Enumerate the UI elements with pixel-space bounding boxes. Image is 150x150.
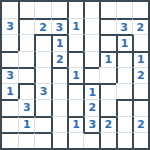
given-number: 3	[6, 70, 14, 81]
cell-r3c9[interactable]	[132, 34, 148, 50]
cell-r6c9[interactable]	[132, 83, 148, 99]
cell-r7c1[interactable]	[2, 99, 18, 115]
cell-r6c4[interactable]	[51, 83, 67, 99]
cell-r3c1[interactable]	[2, 34, 18, 50]
cell-r4c4: 2	[51, 51, 67, 67]
cell-r7c3[interactable]	[34, 99, 50, 115]
cell-r3c7[interactable]	[99, 34, 115, 50]
cell-r2c4: 3	[51, 18, 67, 34]
cell-r2c8: 3	[116, 18, 132, 34]
cell-r8c7: 2	[99, 116, 115, 132]
cell-r3c2[interactable]	[18, 34, 34, 50]
cell-r4c2[interactable]	[18, 51, 34, 67]
cell-r5c4[interactable]	[51, 67, 67, 83]
cell-r7c7[interactable]	[99, 99, 115, 115]
cell-r7c2: 3	[18, 99, 34, 115]
cell-r5c1: 3	[2, 67, 18, 83]
given-number: 1	[72, 21, 80, 32]
given-number: 2	[137, 21, 145, 32]
cell-r9c7[interactable]	[99, 132, 115, 148]
cell-r8c3[interactable]	[34, 116, 50, 132]
cell-r8c8[interactable]	[116, 116, 132, 132]
cell-r8c1[interactable]	[2, 116, 18, 132]
cell-r2c5: 1	[67, 18, 83, 34]
cell-r3c8: 1	[116, 34, 132, 50]
cell-r5c9: 2	[132, 67, 148, 83]
cell-r4c5[interactable]	[67, 51, 83, 67]
cell-r8c6: 3	[83, 116, 99, 132]
cell-r9c5[interactable]	[67, 132, 83, 148]
cell-r4c7: 1	[99, 51, 115, 67]
cell-r5c7[interactable]	[99, 67, 115, 83]
given-number: 3	[40, 86, 48, 97]
given-number: 3	[6, 21, 14, 32]
cell-r7c4[interactable]	[51, 99, 67, 115]
cell-r3c5[interactable]	[67, 34, 83, 50]
cell-r6c8[interactable]	[116, 83, 132, 99]
cell-r9c3[interactable]	[34, 132, 50, 148]
cell-r1c3[interactable]	[34, 2, 50, 18]
cell-r6c2[interactable]	[18, 83, 34, 99]
cell-r1c7[interactable]	[99, 2, 115, 18]
given-number: 1	[72, 119, 80, 130]
cell-r1c5[interactable]	[67, 2, 83, 18]
cell-r8c2: 1	[18, 116, 34, 132]
cell-r7c8[interactable]	[116, 99, 132, 115]
cell-r1c6[interactable]	[83, 2, 99, 18]
given-number: 1	[72, 69, 80, 80]
cell-r2c9: 2	[132, 18, 148, 34]
cell-r9c2[interactable]	[18, 132, 34, 148]
cell-r9c1[interactable]	[2, 132, 18, 148]
given-number: 2	[137, 69, 145, 80]
cell-r2c6[interactable]	[83, 18, 99, 34]
given-number: 1	[137, 54, 145, 65]
cell-r7c9[interactable]	[132, 99, 148, 115]
cell-r6c1: 1	[2, 83, 18, 99]
given-number: 2	[105, 119, 113, 130]
given-number: 1	[23, 119, 31, 130]
cell-r5c2[interactable]	[18, 67, 34, 83]
cell-r3c4: 1	[51, 34, 67, 50]
cell-r5c6[interactable]	[83, 67, 99, 83]
cell-r4c3[interactable]	[34, 51, 50, 67]
given-number: 3	[88, 118, 96, 129]
cell-r4c9: 1	[132, 51, 148, 67]
given-number: 3	[23, 102, 31, 113]
cell-r1c4[interactable]	[51, 2, 67, 18]
cell-r2c7[interactable]	[99, 18, 115, 34]
cell-r8c5: 1	[67, 116, 83, 132]
puzzle-board: 323132112113121313211322	[0, 0, 150, 150]
cell-r2c2[interactable]	[18, 18, 34, 34]
cell-r3c3[interactable]	[34, 34, 50, 50]
cell-r2c1: 3	[2, 18, 18, 34]
given-number: 1	[56, 38, 64, 49]
cell-r2c3: 2	[34, 18, 50, 34]
cell-r1c9[interactable]	[132, 2, 148, 18]
given-number: 1	[6, 86, 14, 97]
given-number: 2	[56, 53, 64, 64]
given-number: 3	[120, 21, 128, 32]
given-number: 1	[105, 54, 113, 65]
cell-r5c3[interactable]	[34, 67, 50, 83]
cell-r9c9[interactable]	[132, 132, 148, 148]
cell-r8c9: 2	[132, 116, 148, 132]
cell-r4c8[interactable]	[116, 51, 132, 67]
cell-r7c5[interactable]	[67, 99, 83, 115]
given-number: 3	[55, 21, 63, 32]
cell-r5c8[interactable]	[116, 67, 132, 83]
cell-r6c6: 1	[83, 83, 99, 99]
cell-r1c1[interactable]	[2, 2, 18, 18]
cell-r3c6[interactable]	[83, 34, 99, 50]
given-number: 1	[88, 86, 96, 97]
cell-r7c6: 2	[83, 99, 99, 115]
cell-r1c8[interactable]	[116, 2, 132, 18]
given-number: 2	[39, 21, 47, 32]
cell-r8c4[interactable]	[51, 116, 67, 132]
cell-r9c8[interactable]	[116, 132, 132, 148]
cell-r6c5[interactable]	[67, 83, 83, 99]
given-number: 2	[137, 118, 145, 129]
cell-r9c6[interactable]	[83, 132, 99, 148]
given-number: 1	[121, 38, 129, 49]
cell-r1c2[interactable]	[18, 2, 34, 18]
cell-r5c5: 1	[67, 67, 83, 83]
cell-r6c7[interactable]	[99, 83, 115, 99]
cell-r6c3: 3	[34, 83, 50, 99]
cell-r4c1[interactable]	[2, 51, 18, 67]
given-number: 2	[88, 102, 96, 113]
cell-r4c6[interactable]	[83, 51, 99, 67]
cell-r9c4[interactable]	[51, 132, 67, 148]
